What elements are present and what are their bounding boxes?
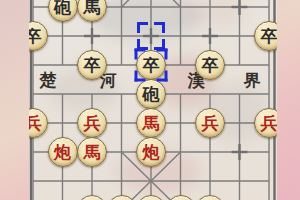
piece-red-cannon[interactable]: 炮 xyxy=(48,137,78,167)
piece-black-soldier[interactable]: 卒 xyxy=(136,50,166,80)
piece-red-horse[interactable]: 馬 xyxy=(77,137,107,167)
app-viewport: 楚 河 漢 界 砲馬卒卒卒卒卒砲兵兵馬兵兵炮馬炮 xyxy=(0,0,300,200)
piece-black-soldier[interactable]: 卒 xyxy=(195,50,225,80)
xiangqi-board[interactable]: 楚 河 漢 界 砲馬卒卒卒卒卒砲兵兵馬兵兵炮馬炮 xyxy=(29,0,277,200)
river-label-jie: 界 xyxy=(244,69,261,92)
piece-red-cannon[interactable]: 炮 xyxy=(136,137,166,167)
piece-red-soldier[interactable]: 兵 xyxy=(195,108,225,138)
piece-black-soldier[interactable]: 卒 xyxy=(254,21,277,51)
piece-red-horse[interactable]: 馬 xyxy=(136,108,166,138)
piece-red-soldier[interactable]: 兵 xyxy=(77,108,107,138)
piece-black-cannon[interactable]: 砲 xyxy=(136,79,166,109)
river-label-chu: 楚 xyxy=(40,69,57,92)
piece-black-soldier[interactable]: 卒 xyxy=(77,50,107,80)
piece-red-soldier[interactable]: 兵 xyxy=(254,108,277,138)
